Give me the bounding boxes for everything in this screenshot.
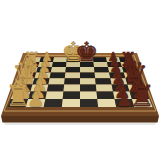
square-c4 (48, 78, 64, 84)
square-f6 (94, 67, 109, 72)
square-f4 (95, 78, 111, 84)
chess-set-photo: ♟♚♚♟♜♟♟♜♞♟♟♞♝♟♟♝♛♟♟♛♝♟♟♝♞♟♟♞♜♟♟♜ (0, 0, 160, 160)
square-d4 (64, 78, 80, 84)
square-f5 (95, 73, 111, 79)
piece-wP-b1: ♟ (27, 87, 45, 111)
square-e3 (80, 85, 97, 92)
square-d2 (63, 92, 80, 99)
piece-bR-h1: ♜ (129, 79, 155, 113)
square-c1 (44, 99, 63, 107)
square-e1 (80, 99, 98, 107)
square-d5 (65, 73, 80, 79)
board-frame-front-face (1, 116, 159, 123)
square-e4 (80, 78, 96, 84)
square-e2 (80, 92, 97, 99)
piece-bK-e8: ♚ (75, 37, 99, 67)
board-svg: ♟♚♚♟♜♟♟♜♞♟♟♞♝♟♟♝♛♟♟♛♝♟♟♝♞♟♟♞♜♟♟♜ (0, 0, 160, 160)
square-d3 (63, 85, 80, 92)
square-c2 (45, 92, 63, 99)
square-d1 (62, 99, 80, 107)
square-c6 (51, 67, 66, 72)
square-d6 (65, 67, 80, 72)
square-c5 (50, 73, 66, 79)
square-e5 (80, 73, 95, 79)
square-e6 (80, 67, 95, 72)
square-c3 (47, 85, 64, 92)
